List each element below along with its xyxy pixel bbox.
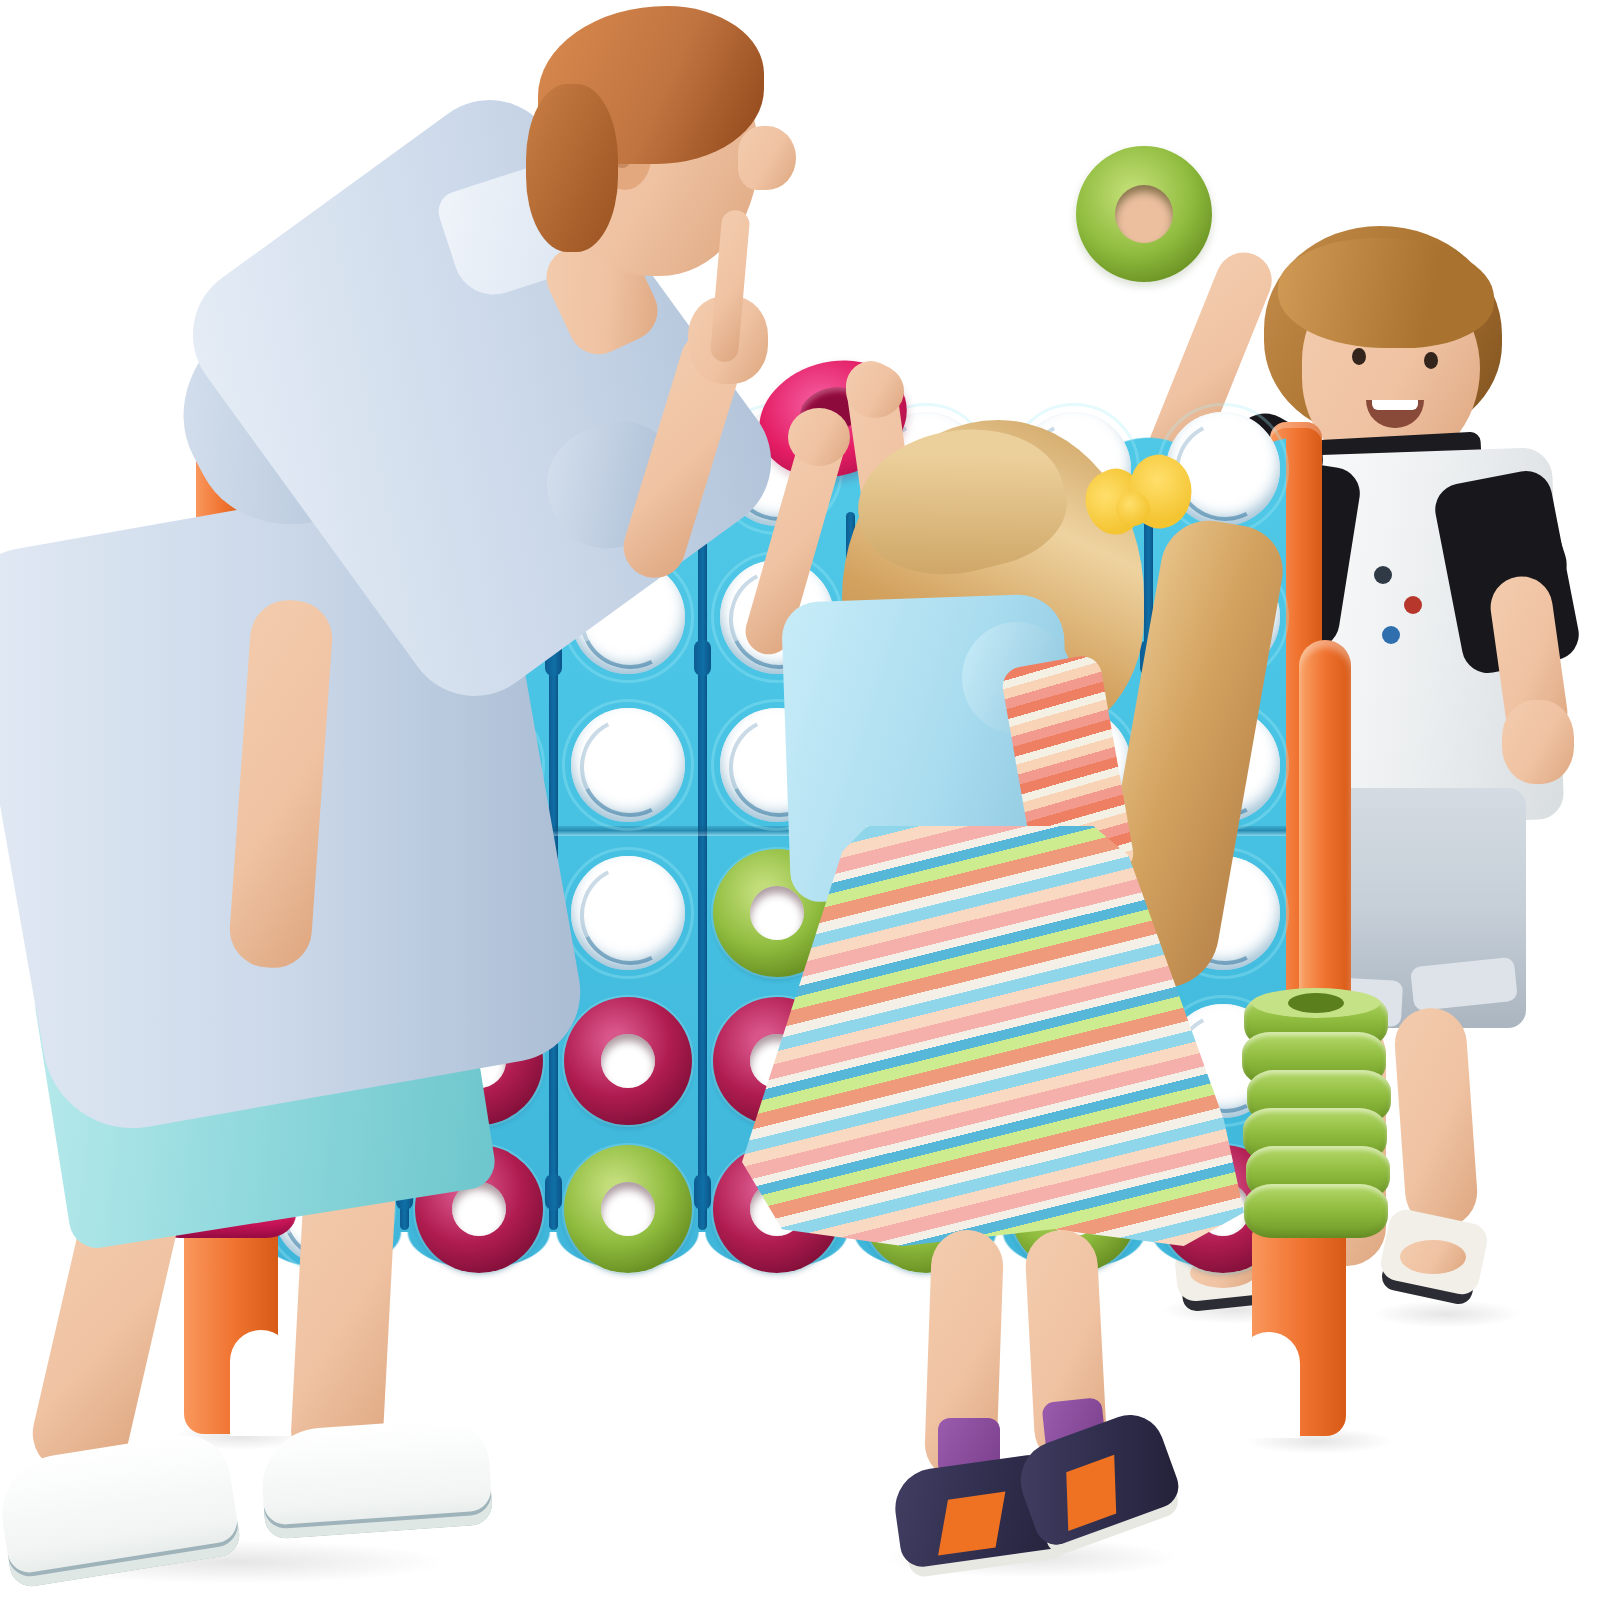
man-sneaker	[0, 1429, 242, 1590]
man	[0, 0, 1600, 1600]
man-hair	[526, 84, 618, 252]
product-photo-scene	[0, 0, 1600, 1600]
man-nose	[738, 126, 796, 190]
